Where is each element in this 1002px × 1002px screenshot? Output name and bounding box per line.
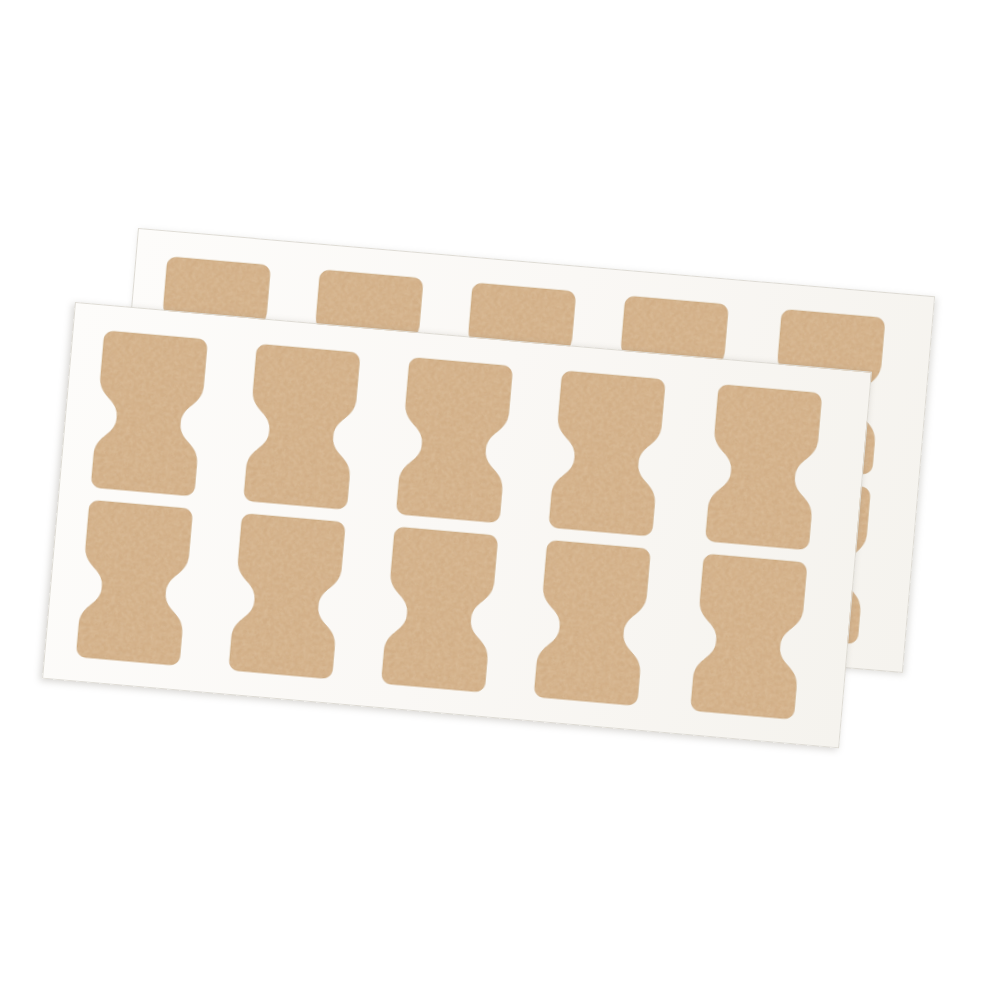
front-sheet bbox=[42, 302, 872, 748]
adhesive-patch bbox=[243, 344, 360, 510]
adhesive-patch bbox=[229, 513, 346, 679]
adhesive-patch bbox=[396, 357, 513, 523]
adhesive-patch bbox=[690, 554, 807, 720]
adhesive-patch bbox=[381, 527, 498, 693]
adhesive-patch bbox=[91, 331, 208, 497]
adhesive-patch bbox=[549, 371, 666, 537]
front-sheet-patch-grid bbox=[43, 303, 871, 747]
adhesive-patch bbox=[76, 500, 193, 666]
product-photo bbox=[0, 0, 1002, 1002]
adhesive-patch bbox=[705, 384, 822, 550]
adhesive-patch bbox=[534, 540, 651, 706]
